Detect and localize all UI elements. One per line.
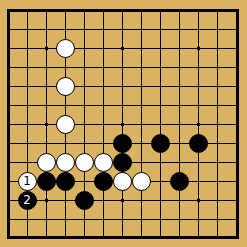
white-stone — [56, 39, 75, 58]
star-point — [121, 47, 124, 50]
black-stone — [75, 191, 94, 210]
black-stone — [113, 134, 132, 153]
white-stone — [37, 153, 56, 172]
black-stone — [56, 172, 75, 191]
star-point — [197, 47, 200, 50]
white-stone — [75, 153, 94, 172]
star-point — [121, 199, 124, 202]
white-stone — [56, 153, 75, 172]
white-stone — [132, 172, 151, 191]
star-point — [45, 123, 48, 126]
black-stone — [170, 172, 189, 191]
go-board[interactable]: 12 — [0, 0, 247, 247]
white-stone — [94, 153, 113, 172]
black-stone — [37, 172, 56, 191]
go-diagram: 12 — [0, 0, 247, 247]
black-stone — [94, 172, 113, 191]
star-point — [45, 47, 48, 50]
star-point — [45, 199, 48, 202]
white-stone — [56, 77, 75, 96]
black-stone-move-2: 2 — [18, 191, 37, 210]
white-stone-move-1: 1 — [18, 172, 37, 191]
star-point — [197, 199, 200, 202]
star-point — [197, 123, 200, 126]
star-point — [121, 123, 124, 126]
white-stone — [56, 115, 75, 134]
board-intersections: 12 — [0, 1, 246, 247]
black-stone — [113, 153, 132, 172]
black-stone — [189, 134, 208, 153]
white-stone — [113, 172, 132, 191]
black-stone — [151, 134, 170, 153]
